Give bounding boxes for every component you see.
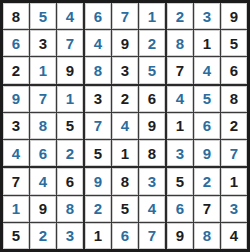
cell-r8c4[interactable]: 2 [85, 196, 111, 222]
cell-r2c9[interactable]: 5 [221, 30, 247, 56]
cell-r3c4[interactable]: 8 [85, 57, 111, 83]
cell-r8c9[interactable]: 3 [221, 196, 247, 222]
cell-r3c3[interactable]: 9 [57, 57, 83, 83]
cell-r8c6[interactable]: 4 [139, 196, 165, 222]
cell-r4c6[interactable]: 6 [139, 86, 165, 112]
cell-r9c9[interactable]: 4 [221, 223, 247, 249]
cell-r5c8[interactable]: 6 [194, 113, 220, 139]
cell-r5c9[interactable]: 2 [221, 113, 247, 139]
cell-r6c4[interactable]: 5 [85, 140, 111, 166]
cell-r9c8[interactable]: 8 [194, 223, 220, 249]
cell-r2c8[interactable]: 1 [194, 30, 220, 56]
cell-r8c1[interactable]: 1 [3, 196, 29, 222]
cell-r1c7[interactable]: 2 [167, 3, 193, 29]
sudoku-box-8: 983254167 [85, 168, 165, 249]
cell-r6c3[interactable]: 2 [57, 140, 83, 166]
cell-r6c5[interactable]: 1 [112, 140, 138, 166]
cell-r3c2[interactable]: 1 [30, 57, 56, 83]
cell-r3c1[interactable]: 2 [3, 57, 29, 83]
cell-r2c5[interactable]: 9 [112, 30, 138, 56]
cell-r6c7[interactable]: 3 [167, 140, 193, 166]
cell-r1c4[interactable]: 6 [85, 3, 111, 29]
cell-r7c6[interactable]: 3 [139, 168, 165, 194]
sudoku-board: 8546372196714928352398157469713854623267… [0, 0, 250, 252]
cell-r4c9[interactable]: 8 [221, 86, 247, 112]
cell-r9c6[interactable]: 7 [139, 223, 165, 249]
sudoku-box-3: 239815746 [167, 3, 247, 84]
cell-r4c8[interactable]: 5 [194, 86, 220, 112]
cell-r9c1[interactable]: 5 [3, 223, 29, 249]
cell-r5c5[interactable]: 4 [112, 113, 138, 139]
cell-r5c2[interactable]: 8 [30, 113, 56, 139]
cell-r8c8[interactable]: 7 [194, 196, 220, 222]
sudoku-box-2: 671492835 [85, 3, 165, 84]
cell-r1c6[interactable]: 1 [139, 3, 165, 29]
cell-r7c1[interactable]: 7 [3, 168, 29, 194]
cell-r4c5[interactable]: 2 [112, 86, 138, 112]
cell-r6c1[interactable]: 4 [3, 140, 29, 166]
cell-r5c7[interactable]: 1 [167, 113, 193, 139]
cell-r4c4[interactable]: 3 [85, 86, 111, 112]
cell-r5c1[interactable]: 3 [3, 113, 29, 139]
cell-r9c3[interactable]: 3 [57, 223, 83, 249]
cell-r7c2[interactable]: 4 [30, 168, 56, 194]
cell-r3c5[interactable]: 3 [112, 57, 138, 83]
sudoku-box-1: 854637219 [3, 3, 83, 84]
cell-r3c7[interactable]: 7 [167, 57, 193, 83]
cell-r2c3[interactable]: 7 [57, 30, 83, 56]
cell-r5c4[interactable]: 7 [85, 113, 111, 139]
cell-r9c7[interactable]: 9 [167, 223, 193, 249]
sudoku-box-5: 326749518 [85, 86, 165, 167]
cell-r3c9[interactable]: 6 [221, 57, 247, 83]
cell-r8c2[interactable]: 9 [30, 196, 56, 222]
cell-r7c4[interactable]: 9 [85, 168, 111, 194]
cell-r7c5[interactable]: 8 [112, 168, 138, 194]
cell-r1c2[interactable]: 5 [30, 3, 56, 29]
cell-r1c1[interactable]: 8 [3, 3, 29, 29]
cell-r2c1[interactable]: 6 [3, 30, 29, 56]
cell-r4c3[interactable]: 1 [57, 86, 83, 112]
cell-r6c2[interactable]: 6 [30, 140, 56, 166]
cell-r7c3[interactable]: 6 [57, 168, 83, 194]
cell-r6c8[interactable]: 9 [194, 140, 220, 166]
cell-r9c4[interactable]: 1 [85, 223, 111, 249]
sudoku-box-7: 746198523 [3, 168, 83, 249]
cell-r1c5[interactable]: 7 [112, 3, 138, 29]
sudoku-box-6: 458162397 [167, 86, 247, 167]
cell-r8c5[interactable]: 5 [112, 196, 138, 222]
cell-r2c6[interactable]: 2 [139, 30, 165, 56]
cell-r6c9[interactable]: 7 [221, 140, 247, 166]
cell-r7c9[interactable]: 1 [221, 168, 247, 194]
cell-r7c7[interactable]: 5 [167, 168, 193, 194]
cell-r7c8[interactable]: 2 [194, 168, 220, 194]
sudoku-box-9: 521673984 [167, 168, 247, 249]
cell-r2c2[interactable]: 3 [30, 30, 56, 56]
cell-r9c5[interactable]: 6 [112, 223, 138, 249]
cell-r5c3[interactable]: 5 [57, 113, 83, 139]
cell-r8c3[interactable]: 8 [57, 196, 83, 222]
cell-r4c1[interactable]: 9 [3, 86, 29, 112]
cell-r3c8[interactable]: 4 [194, 57, 220, 83]
cell-r1c8[interactable]: 3 [194, 3, 220, 29]
cell-r4c7[interactable]: 4 [167, 86, 193, 112]
cell-r2c7[interactable]: 8 [167, 30, 193, 56]
cell-r2c4[interactable]: 4 [85, 30, 111, 56]
cell-r1c3[interactable]: 4 [57, 3, 83, 29]
cell-r9c2[interactable]: 2 [30, 223, 56, 249]
sudoku-box-4: 971385462 [3, 86, 83, 167]
cell-r8c7[interactable]: 6 [167, 196, 193, 222]
cell-r4c2[interactable]: 7 [30, 86, 56, 112]
cell-r5c6[interactable]: 9 [139, 113, 165, 139]
cell-r6c6[interactable]: 8 [139, 140, 165, 166]
cell-r1c9[interactable]: 9 [221, 3, 247, 29]
cell-r3c6[interactable]: 5 [139, 57, 165, 83]
